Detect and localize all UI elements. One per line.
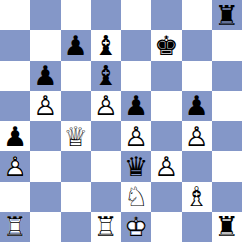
- black-queen-piece[interactable]: ♛: [121, 151, 151, 181]
- square-d7[interactable]: ♝: [91, 30, 121, 60]
- black-pawn-piece[interactable]: ♟: [30, 61, 60, 91]
- square-f8[interactable]: [151, 0, 181, 30]
- piece-fill-layer: ♟: [0, 121, 30, 151]
- square-d1[interactable]: ♜♖: [91, 212, 121, 242]
- black-pawn-piece[interactable]: ♟: [0, 121, 30, 151]
- piece-outline-layer: ♙: [0, 151, 30, 181]
- square-b6[interactable]: ♟: [30, 61, 60, 91]
- square-c3[interactable]: [61, 151, 91, 181]
- square-f4[interactable]: [151, 121, 181, 151]
- square-h8[interactable]: ♜: [212, 0, 242, 30]
- square-b4[interactable]: [30, 121, 60, 151]
- square-a6[interactable]: [0, 61, 30, 91]
- square-h2[interactable]: [212, 182, 242, 212]
- square-e8[interactable]: [121, 0, 151, 30]
- square-f2[interactable]: [151, 182, 181, 212]
- black-king-piece[interactable]: ♚: [151, 30, 181, 60]
- piece-fill-layer: ♝: [91, 61, 121, 91]
- square-e5[interactable]: ♟: [121, 91, 151, 121]
- square-b3[interactable]: [30, 151, 60, 181]
- piece-outline-layer: ♙: [121, 121, 151, 151]
- square-h4[interactable]: [212, 121, 242, 151]
- square-d3[interactable]: [91, 151, 121, 181]
- piece-fill-layer: ♜: [212, 0, 242, 30]
- square-f1[interactable]: [151, 212, 181, 242]
- white-knight-piece[interactable]: ♞♘: [121, 182, 151, 212]
- white-king-piece[interactable]: ♚♔: [121, 212, 151, 242]
- square-e6[interactable]: [121, 61, 151, 91]
- piece-fill-layer: ♟: [61, 30, 91, 60]
- piece-outline-layer: ♔: [121, 212, 151, 242]
- white-rook-piece[interactable]: ♜♖: [91, 212, 121, 242]
- square-c5[interactable]: [61, 91, 91, 121]
- square-c2[interactable]: [61, 182, 91, 212]
- square-h3[interactable]: [212, 151, 242, 181]
- black-bishop-piece[interactable]: ♝: [91, 61, 121, 91]
- white-bishop-piece[interactable]: ♝♗: [182, 182, 212, 212]
- square-d4[interactable]: [91, 121, 121, 151]
- piece-fill-layer: ♚: [151, 30, 181, 60]
- piece-fill-layer: ♟: [30, 61, 60, 91]
- square-e3[interactable]: ♛: [121, 151, 151, 181]
- square-c1[interactable]: [61, 212, 91, 242]
- white-pawn-piece[interactable]: ♟♙: [91, 91, 121, 121]
- square-f6[interactable]: [151, 61, 181, 91]
- white-pawn-piece[interactable]: ♟♙: [151, 151, 181, 181]
- square-a5[interactable]: [0, 91, 30, 121]
- square-e7[interactable]: [121, 30, 151, 60]
- square-a2[interactable]: [0, 182, 30, 212]
- square-a1[interactable]: ♜♖: [0, 212, 30, 242]
- square-g1[interactable]: [182, 212, 212, 242]
- square-c6[interactable]: [61, 61, 91, 91]
- white-pawn-piece[interactable]: ♟♙: [0, 151, 30, 181]
- square-e4[interactable]: ♟♙: [121, 121, 151, 151]
- square-c4[interactable]: ♛♕: [61, 121, 91, 151]
- chess-board: ♜♟♝♚♟♝♟♙♟♙♟♟♟♛♕♟♙♟♙♟♙♛♟♙♞♘♝♗♜♖♜♖♚♔♜: [0, 0, 242, 242]
- square-g6[interactable]: [182, 61, 212, 91]
- square-b1[interactable]: [30, 212, 60, 242]
- square-b8[interactable]: [30, 0, 60, 30]
- square-g7[interactable]: [182, 30, 212, 60]
- square-h6[interactable]: [212, 61, 242, 91]
- square-a8[interactable]: [0, 0, 30, 30]
- white-pawn-piece[interactable]: ♟♙: [182, 121, 212, 151]
- square-g2[interactable]: ♝♗: [182, 182, 212, 212]
- square-e1[interactable]: ♚♔: [121, 212, 151, 242]
- square-h5[interactable]: [212, 91, 242, 121]
- black-rook-piece[interactable]: ♜: [212, 0, 242, 30]
- piece-fill-layer: ♟: [182, 91, 212, 121]
- square-d6[interactable]: ♝: [91, 61, 121, 91]
- square-h1[interactable]: ♜: [212, 212, 242, 242]
- square-b5[interactable]: ♟♙: [30, 91, 60, 121]
- piece-fill-layer: ♛: [121, 151, 151, 181]
- black-rook-piece[interactable]: ♜: [212, 212, 242, 242]
- piece-outline-layer: ♙: [151, 151, 181, 181]
- white-pawn-piece[interactable]: ♟♙: [121, 121, 151, 151]
- piece-outline-layer: ♘: [121, 182, 151, 212]
- square-a3[interactable]: ♟♙: [0, 151, 30, 181]
- square-f7[interactable]: ♚: [151, 30, 181, 60]
- square-g4[interactable]: ♟♙: [182, 121, 212, 151]
- black-pawn-piece[interactable]: ♟: [61, 30, 91, 60]
- piece-outline-layer: ♙: [30, 91, 60, 121]
- square-b2[interactable]: [30, 182, 60, 212]
- square-a7[interactable]: [0, 30, 30, 60]
- square-c7[interactable]: ♟: [61, 30, 91, 60]
- square-g5[interactable]: ♟: [182, 91, 212, 121]
- piece-outline-layer: ♕: [61, 121, 91, 151]
- piece-outline-layer: ♖: [91, 212, 121, 242]
- black-pawn-piece[interactable]: ♟: [121, 91, 151, 121]
- piece-fill-layer: ♟: [121, 91, 151, 121]
- square-e2[interactable]: ♞♘: [121, 182, 151, 212]
- square-a4[interactable]: ♟: [0, 121, 30, 151]
- white-rook-piece[interactable]: ♜♖: [0, 212, 30, 242]
- white-pawn-piece[interactable]: ♟♙: [30, 91, 60, 121]
- piece-outline-layer: ♙: [182, 121, 212, 151]
- piece-outline-layer: ♖: [0, 212, 30, 242]
- square-g3[interactable]: [182, 151, 212, 181]
- square-d5[interactable]: ♟♙: [91, 91, 121, 121]
- square-d2[interactable]: [91, 182, 121, 212]
- black-bishop-piece[interactable]: ♝: [91, 30, 121, 60]
- square-d8[interactable]: [91, 0, 121, 30]
- square-f5[interactable]: [151, 91, 181, 121]
- piece-fill-layer: ♜: [212, 212, 242, 242]
- square-b7[interactable]: [30, 30, 60, 60]
- piece-outline-layer: ♗: [182, 182, 212, 212]
- piece-fill-layer: ♝: [91, 30, 121, 60]
- black-pawn-piece[interactable]: ♟: [182, 91, 212, 121]
- square-c8[interactable]: [61, 0, 91, 30]
- square-h7[interactable]: [212, 30, 242, 60]
- square-f3[interactable]: ♟♙: [151, 151, 181, 181]
- square-g8[interactable]: [182, 0, 212, 30]
- piece-outline-layer: ♙: [91, 91, 121, 121]
- white-queen-piece[interactable]: ♛♕: [61, 121, 91, 151]
